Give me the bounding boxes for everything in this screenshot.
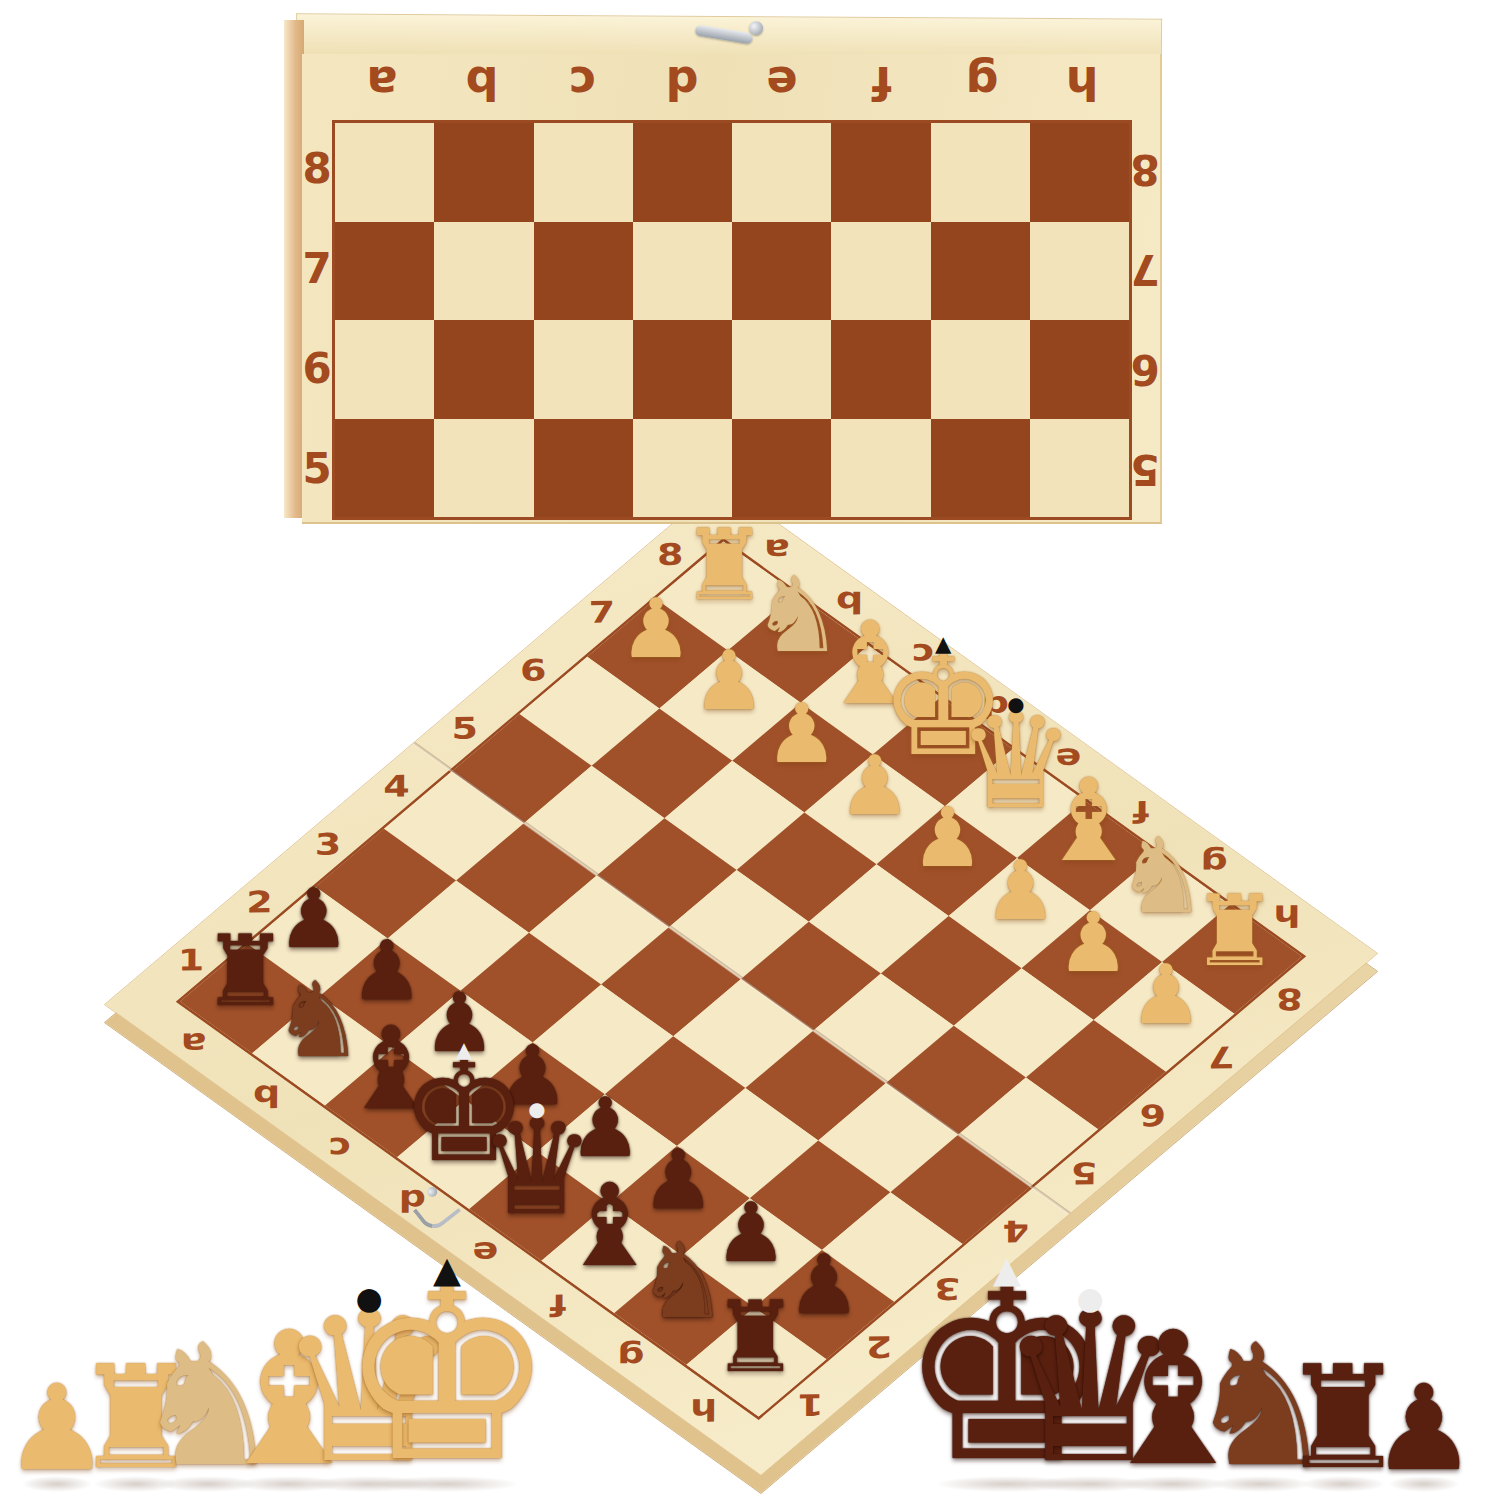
piece-lineups-layer: ♟♜♞♝♛●♚▲♚▲♛●♝♞♜♟	[0, 0, 1500, 1500]
piece-light-king-lineup: ♚▲	[339, 1253, 556, 1495]
king-spike-finial-icon: ▲	[433, 1251, 461, 1287]
piece-dark-pawn-lineup: ♟	[1371, 1369, 1477, 1487]
